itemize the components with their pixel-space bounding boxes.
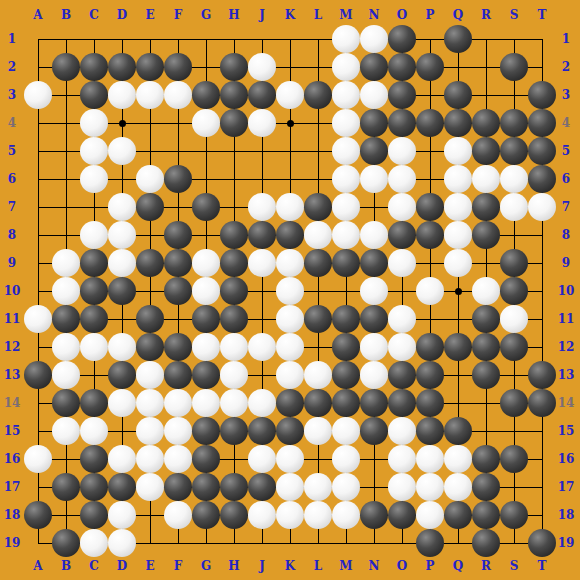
intersection-M11[interactable] [332,305,360,333]
intersection-F15[interactable] [164,417,192,445]
intersection-J1[interactable] [248,25,276,53]
intersection-D2[interactable] [108,53,136,81]
intersection-P18[interactable] [416,501,444,529]
intersection-H17[interactable] [220,473,248,501]
intersection-K19[interactable] [276,529,304,557]
intersection-F2[interactable] [164,53,192,81]
intersection-J7[interactable] [248,193,276,221]
intersection-Q18[interactable] [444,501,472,529]
intersection-N5[interactable] [360,137,388,165]
intersection-N1[interactable] [360,25,388,53]
intersection-T5[interactable] [528,137,556,165]
intersection-E12[interactable] [136,333,164,361]
intersection-G8[interactable] [192,221,220,249]
intersection-K8[interactable] [276,221,304,249]
intersection-H10[interactable] [220,277,248,305]
intersection-G17[interactable] [192,473,220,501]
intersection-A2[interactable] [24,53,52,81]
intersection-O11[interactable] [388,305,416,333]
intersection-P13[interactable] [416,361,444,389]
intersection-R13[interactable] [472,361,500,389]
intersection-M19[interactable] [332,529,360,557]
intersection-E3[interactable] [136,81,164,109]
intersection-B12[interactable] [52,333,80,361]
intersection-S9[interactable] [500,249,528,277]
intersection-M17[interactable] [332,473,360,501]
intersection-C10[interactable] [80,277,108,305]
intersection-P16[interactable] [416,445,444,473]
intersection-K4[interactable] [276,109,304,137]
intersection-R19[interactable] [472,529,500,557]
intersection-J10[interactable] [248,277,276,305]
intersection-L5[interactable] [304,137,332,165]
intersection-K3[interactable] [276,81,304,109]
intersection-F9[interactable] [164,249,192,277]
intersection-Q3[interactable] [444,81,472,109]
intersection-H8[interactable] [220,221,248,249]
intersection-G15[interactable] [192,417,220,445]
intersection-B6[interactable] [52,165,80,193]
intersection-N18[interactable] [360,501,388,529]
intersection-C6[interactable] [80,165,108,193]
intersection-D4[interactable] [108,109,136,137]
intersection-T7[interactable] [528,193,556,221]
intersection-S2[interactable] [500,53,528,81]
intersection-F18[interactable] [164,501,192,529]
intersection-P6[interactable] [416,165,444,193]
intersection-R4[interactable] [472,109,500,137]
intersection-A7[interactable] [24,193,52,221]
intersection-N6[interactable] [360,165,388,193]
intersection-C12[interactable] [80,333,108,361]
intersection-B15[interactable] [52,417,80,445]
intersection-Q11[interactable] [444,305,472,333]
intersection-S8[interactable] [500,221,528,249]
intersection-E15[interactable] [136,417,164,445]
intersection-Q19[interactable] [444,529,472,557]
intersection-Q6[interactable] [444,165,472,193]
intersection-H15[interactable] [220,417,248,445]
intersection-H7[interactable] [220,193,248,221]
intersection-Q10[interactable] [444,277,472,305]
intersection-K16[interactable] [276,445,304,473]
intersection-N17[interactable] [360,473,388,501]
intersection-J3[interactable] [248,81,276,109]
intersection-F3[interactable] [164,81,192,109]
intersection-B5[interactable] [52,137,80,165]
intersection-L8[interactable] [304,221,332,249]
intersection-R3[interactable] [472,81,500,109]
intersection-D19[interactable] [108,529,136,557]
intersection-T16[interactable] [528,445,556,473]
intersection-E10[interactable] [136,277,164,305]
intersection-P1[interactable] [416,25,444,53]
intersection-H9[interactable] [220,249,248,277]
intersection-F6[interactable] [164,165,192,193]
intersection-T3[interactable] [528,81,556,109]
intersection-Q7[interactable] [444,193,472,221]
intersection-T11[interactable] [528,305,556,333]
intersection-F7[interactable] [164,193,192,221]
intersection-D8[interactable] [108,221,136,249]
intersection-M6[interactable] [332,165,360,193]
intersection-B16[interactable] [52,445,80,473]
intersection-P4[interactable] [416,109,444,137]
intersection-C19[interactable] [80,529,108,557]
intersection-N16[interactable] [360,445,388,473]
intersection-F8[interactable] [164,221,192,249]
intersection-B18[interactable] [52,501,80,529]
intersection-K6[interactable] [276,165,304,193]
intersection-L7[interactable] [304,193,332,221]
intersection-M16[interactable] [332,445,360,473]
intersection-G14[interactable] [192,389,220,417]
intersection-M3[interactable] [332,81,360,109]
intersection-M8[interactable] [332,221,360,249]
intersection-R8[interactable] [472,221,500,249]
intersection-Q1[interactable] [444,25,472,53]
intersection-Q15[interactable] [444,417,472,445]
intersection-S5[interactable] [500,137,528,165]
intersection-J14[interactable] [248,389,276,417]
intersection-R14[interactable] [472,389,500,417]
intersection-R15[interactable] [472,417,500,445]
intersection-H5[interactable] [220,137,248,165]
intersection-K2[interactable] [276,53,304,81]
intersection-L9[interactable] [304,249,332,277]
intersection-C17[interactable] [80,473,108,501]
intersection-N3[interactable] [360,81,388,109]
intersection-C8[interactable] [80,221,108,249]
intersection-L13[interactable] [304,361,332,389]
intersection-E5[interactable] [136,137,164,165]
intersection-D1[interactable] [108,25,136,53]
intersection-H12[interactable] [220,333,248,361]
intersection-E13[interactable] [136,361,164,389]
intersection-Q2[interactable] [444,53,472,81]
intersection-A15[interactable] [24,417,52,445]
intersection-G5[interactable] [192,137,220,165]
intersection-T14[interactable] [528,389,556,417]
intersection-T10[interactable] [528,277,556,305]
intersection-L14[interactable] [304,389,332,417]
intersection-D18[interactable] [108,501,136,529]
intersection-C16[interactable] [80,445,108,473]
intersection-N19[interactable] [360,529,388,557]
intersection-F1[interactable] [164,25,192,53]
intersection-B10[interactable] [52,277,80,305]
intersection-J18[interactable] [248,501,276,529]
intersection-L19[interactable] [304,529,332,557]
intersection-K7[interactable] [276,193,304,221]
intersection-R11[interactable] [472,305,500,333]
intersection-B13[interactable] [52,361,80,389]
intersection-R9[interactable] [472,249,500,277]
intersection-A5[interactable] [24,137,52,165]
intersection-G18[interactable] [192,501,220,529]
intersection-G9[interactable] [192,249,220,277]
intersection-H19[interactable] [220,529,248,557]
intersection-O19[interactable] [388,529,416,557]
intersection-K15[interactable] [276,417,304,445]
intersection-P11[interactable] [416,305,444,333]
intersection-D12[interactable] [108,333,136,361]
intersection-F13[interactable] [164,361,192,389]
intersection-S18[interactable] [500,501,528,529]
intersection-A9[interactable] [24,249,52,277]
intersection-R16[interactable] [472,445,500,473]
intersection-H3[interactable] [220,81,248,109]
intersection-L1[interactable] [304,25,332,53]
intersection-G6[interactable] [192,165,220,193]
intersection-Q9[interactable] [444,249,472,277]
intersection-A6[interactable] [24,165,52,193]
intersection-N10[interactable] [360,277,388,305]
intersection-M9[interactable] [332,249,360,277]
intersection-E6[interactable] [136,165,164,193]
intersection-B11[interactable] [52,305,80,333]
intersection-A10[interactable] [24,277,52,305]
intersection-G2[interactable] [192,53,220,81]
intersection-D10[interactable] [108,277,136,305]
intersection-S10[interactable] [500,277,528,305]
intersection-M10[interactable] [332,277,360,305]
intersection-P10[interactable] [416,277,444,305]
intersection-H18[interactable] [220,501,248,529]
intersection-N4[interactable] [360,109,388,137]
intersection-G13[interactable] [192,361,220,389]
intersection-B2[interactable] [52,53,80,81]
intersection-S12[interactable] [500,333,528,361]
intersection-P7[interactable] [416,193,444,221]
intersection-E18[interactable] [136,501,164,529]
intersection-L15[interactable] [304,417,332,445]
intersection-L18[interactable] [304,501,332,529]
intersection-T9[interactable] [528,249,556,277]
intersection-C9[interactable] [80,249,108,277]
intersection-J8[interactable] [248,221,276,249]
intersection-D5[interactable] [108,137,136,165]
intersection-E1[interactable] [136,25,164,53]
intersection-C7[interactable] [80,193,108,221]
intersection-Q4[interactable] [444,109,472,137]
intersection-P14[interactable] [416,389,444,417]
intersection-H1[interactable] [220,25,248,53]
intersection-T12[interactable] [528,333,556,361]
intersection-S19[interactable] [500,529,528,557]
intersection-M5[interactable] [332,137,360,165]
intersection-C14[interactable] [80,389,108,417]
intersection-E8[interactable] [136,221,164,249]
intersection-M18[interactable] [332,501,360,529]
intersection-B1[interactable] [52,25,80,53]
intersection-F12[interactable] [164,333,192,361]
intersection-H11[interactable] [220,305,248,333]
intersection-B7[interactable] [52,193,80,221]
intersection-K17[interactable] [276,473,304,501]
intersection-L12[interactable] [304,333,332,361]
intersection-C11[interactable] [80,305,108,333]
intersection-G12[interactable] [192,333,220,361]
intersection-S6[interactable] [500,165,528,193]
intersection-E4[interactable] [136,109,164,137]
intersection-P9[interactable] [416,249,444,277]
intersection-A16[interactable] [24,445,52,473]
intersection-A4[interactable] [24,109,52,137]
intersection-J15[interactable] [248,417,276,445]
intersection-F11[interactable] [164,305,192,333]
intersection-F16[interactable] [164,445,192,473]
intersection-T6[interactable] [528,165,556,193]
intersection-A11[interactable] [24,305,52,333]
intersection-F5[interactable] [164,137,192,165]
intersection-C15[interactable] [80,417,108,445]
intersection-K10[interactable] [276,277,304,305]
intersection-Q16[interactable] [444,445,472,473]
intersection-H4[interactable] [220,109,248,137]
intersection-C1[interactable] [80,25,108,53]
intersection-E2[interactable] [136,53,164,81]
intersection-L3[interactable] [304,81,332,109]
intersection-N7[interactable] [360,193,388,221]
intersection-S16[interactable] [500,445,528,473]
intersection-D9[interactable] [108,249,136,277]
intersection-P12[interactable] [416,333,444,361]
intersection-R12[interactable] [472,333,500,361]
intersection-K11[interactable] [276,305,304,333]
intersection-Q13[interactable] [444,361,472,389]
intersection-D13[interactable] [108,361,136,389]
intersection-M4[interactable] [332,109,360,137]
intersection-R7[interactable] [472,193,500,221]
intersection-G19[interactable] [192,529,220,557]
intersection-O14[interactable] [388,389,416,417]
intersection-K5[interactable] [276,137,304,165]
intersection-S3[interactable] [500,81,528,109]
intersection-D16[interactable] [108,445,136,473]
intersection-T2[interactable] [528,53,556,81]
intersection-B8[interactable] [52,221,80,249]
intersection-P8[interactable] [416,221,444,249]
intersection-K14[interactable] [276,389,304,417]
intersection-N14[interactable] [360,389,388,417]
intersection-H13[interactable] [220,361,248,389]
intersection-R2[interactable] [472,53,500,81]
intersection-O15[interactable] [388,417,416,445]
intersection-O2[interactable] [388,53,416,81]
intersection-E11[interactable] [136,305,164,333]
intersection-L4[interactable] [304,109,332,137]
intersection-E16[interactable] [136,445,164,473]
intersection-C4[interactable] [80,109,108,137]
intersection-Q12[interactable] [444,333,472,361]
intersection-D3[interactable] [108,81,136,109]
intersection-O12[interactable] [388,333,416,361]
intersection-A3[interactable] [24,81,52,109]
intersection-O17[interactable] [388,473,416,501]
intersection-T19[interactable] [528,529,556,557]
intersection-S11[interactable] [500,305,528,333]
intersection-F14[interactable] [164,389,192,417]
intersection-O9[interactable] [388,249,416,277]
intersection-O13[interactable] [388,361,416,389]
intersection-S14[interactable] [500,389,528,417]
intersection-G7[interactable] [192,193,220,221]
intersection-O16[interactable] [388,445,416,473]
intersection-Q14[interactable] [444,389,472,417]
intersection-B3[interactable] [52,81,80,109]
intersection-K1[interactable] [276,25,304,53]
intersection-L17[interactable] [304,473,332,501]
intersection-R10[interactable] [472,277,500,305]
intersection-N11[interactable] [360,305,388,333]
intersection-P2[interactable] [416,53,444,81]
intersection-Q8[interactable] [444,221,472,249]
intersection-T8[interactable] [528,221,556,249]
intersection-O18[interactable] [388,501,416,529]
intersection-P19[interactable] [416,529,444,557]
intersection-R17[interactable] [472,473,500,501]
intersection-A18[interactable] [24,501,52,529]
intersection-F19[interactable] [164,529,192,557]
intersection-F10[interactable] [164,277,192,305]
intersection-Q5[interactable] [444,137,472,165]
intersection-C3[interactable] [80,81,108,109]
intersection-A12[interactable] [24,333,52,361]
intersection-D15[interactable] [108,417,136,445]
intersection-E9[interactable] [136,249,164,277]
intersection-J9[interactable] [248,249,276,277]
intersection-L11[interactable] [304,305,332,333]
intersection-N8[interactable] [360,221,388,249]
intersection-T15[interactable] [528,417,556,445]
intersection-J16[interactable] [248,445,276,473]
intersection-S4[interactable] [500,109,528,137]
intersection-H6[interactable] [220,165,248,193]
intersection-F17[interactable] [164,473,192,501]
intersection-K13[interactable] [276,361,304,389]
intersection-N12[interactable] [360,333,388,361]
intersection-K9[interactable] [276,249,304,277]
intersection-J4[interactable] [248,109,276,137]
intersection-G3[interactable] [192,81,220,109]
intersection-H14[interactable] [220,389,248,417]
intersection-S17[interactable] [500,473,528,501]
intersection-B14[interactable] [52,389,80,417]
intersection-J13[interactable] [248,361,276,389]
intersection-L6[interactable] [304,165,332,193]
intersection-O8[interactable] [388,221,416,249]
intersection-G4[interactable] [192,109,220,137]
intersection-C13[interactable] [80,361,108,389]
intersection-D6[interactable] [108,165,136,193]
intersection-O4[interactable] [388,109,416,137]
intersection-A8[interactable] [24,221,52,249]
intersection-S7[interactable] [500,193,528,221]
intersection-O1[interactable] [388,25,416,53]
intersection-G10[interactable] [192,277,220,305]
intersection-M2[interactable] [332,53,360,81]
intersection-M1[interactable] [332,25,360,53]
intersection-A17[interactable] [24,473,52,501]
intersection-E14[interactable] [136,389,164,417]
intersection-J19[interactable] [248,529,276,557]
intersection-O7[interactable] [388,193,416,221]
intersection-Q17[interactable] [444,473,472,501]
intersection-P15[interactable] [416,417,444,445]
intersection-R18[interactable] [472,501,500,529]
intersection-R6[interactable] [472,165,500,193]
